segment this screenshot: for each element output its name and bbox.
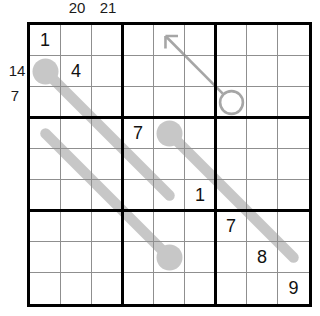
cell-r2c3[interactable] [92,56,123,87]
cell-r5c4[interactable] [123,149,154,180]
cell-r3c8[interactable] [247,87,278,118]
cell-r1c6[interactable] [185,25,216,56]
cell-r9c3[interactable] [92,273,123,304]
cell-r5c6[interactable] [185,149,216,180]
cell-r9c7[interactable] [216,273,247,304]
cell-r2c2[interactable]: 4 [61,56,92,87]
cell-r6c1[interactable] [30,180,61,211]
cell-r9c1[interactable] [30,273,61,304]
cell-r9c4[interactable] [123,273,154,304]
sudoku-board: 1471789 [27,22,312,307]
cell-r6c8[interactable] [247,180,278,211]
cell-r7c6[interactable] [185,211,216,242]
cell-r1c5[interactable] [154,25,185,56]
cell-r4c8[interactable] [247,118,278,149]
cell-r1c2[interactable] [61,25,92,56]
left-clue-row3: 7 [1,87,29,105]
cell-r1c9[interactable] [278,25,309,56]
grid-cells: 1471789 [30,25,309,304]
cell-r3c9[interactable] [278,87,309,118]
cell-r4c9[interactable] [278,118,309,149]
cell-r4c7[interactable] [216,118,247,149]
cell-r7c1[interactable] [30,211,61,242]
cell-r8c6[interactable] [185,242,216,273]
box-border-horizontal-2 [30,209,309,212]
cell-r1c1[interactable]: 1 [30,25,61,56]
cell-r7c3[interactable] [92,211,123,242]
cell-r3c1[interactable] [30,87,61,118]
cell-r2c4[interactable] [123,56,154,87]
cell-r7c4[interactable] [123,211,154,242]
cell-r5c7[interactable] [216,149,247,180]
cell-r6c5[interactable] [154,180,185,211]
cell-r6c6[interactable]: 1 [185,180,216,211]
box-border-vertical-2 [214,25,217,304]
box-border-horizontal-1 [30,116,309,119]
cell-r7c5[interactable] [154,211,185,242]
cell-r3c3[interactable] [92,87,123,118]
cell-r8c1[interactable] [30,242,61,273]
cell-r6c3[interactable] [92,180,123,211]
cell-r5c2[interactable] [61,149,92,180]
cell-r4c6[interactable] [185,118,216,149]
cell-r9c2[interactable] [61,273,92,304]
cell-r5c5[interactable] [154,149,185,180]
cell-r2c1[interactable] [30,56,61,87]
cell-r8c7[interactable] [216,242,247,273]
cell-r9c6[interactable] [185,273,216,304]
cell-r8c9[interactable] [278,242,309,273]
cell-r2c8[interactable] [247,56,278,87]
cell-r3c7[interactable] [216,87,247,118]
cell-r2c7[interactable] [216,56,247,87]
cell-r5c1[interactable] [30,149,61,180]
cell-r5c9[interactable] [278,149,309,180]
cell-r1c8[interactable] [247,25,278,56]
cell-r5c8[interactable] [247,149,278,180]
cell-r8c2[interactable] [61,242,92,273]
cell-r2c6[interactable] [185,56,216,87]
cell-r4c1[interactable] [30,118,61,149]
cell-r6c9[interactable] [278,180,309,211]
cell-r8c5[interactable] [154,242,185,273]
cell-r6c4[interactable] [123,180,154,211]
cell-r6c2[interactable] [61,180,92,211]
cell-r1c3[interactable] [92,25,123,56]
cell-r4c5[interactable] [154,118,185,149]
cell-r2c5[interactable] [154,56,185,87]
puzzle-canvas: 20 21 14 7 1471789 [0,0,320,316]
cell-r7c7[interactable]: 7 [216,211,247,242]
top-clue-col3: 21 [92,0,124,17]
cell-r4c3[interactable] [92,118,123,149]
cell-r9c9[interactable]: 9 [278,273,309,304]
cell-r6c7[interactable] [216,180,247,211]
cell-r9c5[interactable] [154,273,185,304]
cell-r8c8[interactable]: 8 [247,242,278,273]
cell-r9c8[interactable] [247,273,278,304]
cell-r8c4[interactable] [123,242,154,273]
cell-r1c4[interactable] [123,25,154,56]
cell-r3c2[interactable] [61,87,92,118]
cell-r4c4[interactable]: 7 [123,118,154,149]
box-border-vertical-1 [121,25,124,304]
cell-r1c7[interactable] [216,25,247,56]
cell-r5c3[interactable] [92,149,123,180]
cell-r3c6[interactable] [185,87,216,118]
cell-r3c4[interactable] [123,87,154,118]
top-clue-col2: 20 [61,0,93,17]
cell-r7c8[interactable] [247,211,278,242]
cell-r7c9[interactable] [278,211,309,242]
cell-r2c9[interactable] [278,56,309,87]
cell-r3c5[interactable] [154,87,185,118]
cell-r4c2[interactable] [61,118,92,149]
cell-r8c3[interactable] [92,242,123,273]
cell-r7c2[interactable] [61,211,92,242]
